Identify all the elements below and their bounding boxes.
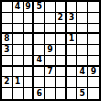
cell-r9c8: 5 [77, 88, 88, 99]
cell-r9c9[interactable] [88, 88, 99, 99]
cell-r2c4[interactable] [34, 13, 45, 24]
cell-r5c7[interactable] [67, 45, 78, 56]
cell-r8c9[interactable] [88, 77, 99, 88]
cell-r5c1: 3 [2, 45, 13, 56]
cell-r5c4[interactable] [34, 45, 45, 56]
cell-r1c7[interactable] [67, 2, 78, 13]
cell-r2c7: 3 [67, 13, 78, 24]
given-digit: 2 [57, 14, 63, 22]
cell-r4c7: 1 [67, 34, 78, 45]
cell-r7c5: 7 [45, 67, 56, 78]
given-digit: 4 [15, 3, 21, 11]
cell-r2c8[interactable] [77, 13, 88, 24]
given-digit: 3 [4, 46, 10, 54]
cell-r7c9: 9 [88, 67, 99, 78]
cell-r7c1[interactable] [2, 67, 13, 78]
cell-r7c4[interactable] [34, 67, 45, 78]
sudoku-board: 49523813947492165 [0, 0, 101, 101]
cell-r4c1: 8 [2, 34, 13, 45]
cell-r7c3[interactable] [24, 67, 35, 78]
given-digit: 1 [69, 35, 75, 43]
cell-r5c2[interactable] [13, 45, 24, 56]
cell-r9c5[interactable] [45, 88, 56, 99]
cell-r3c2[interactable] [13, 24, 24, 35]
cell-r3c9[interactable] [88, 24, 99, 35]
cell-r1c9[interactable] [88, 2, 99, 13]
cell-r4c8[interactable] [77, 34, 88, 45]
cell-r5c9[interactable] [88, 45, 99, 56]
cell-r6c1[interactable] [2, 56, 13, 67]
given-digit: 9 [47, 46, 53, 54]
given-digit: 4 [80, 68, 86, 76]
given-digit: 8 [4, 35, 10, 43]
cell-r2c3[interactable] [24, 13, 35, 24]
cell-r6c7[interactable] [67, 56, 78, 67]
cell-r6c2[interactable] [13, 56, 24, 67]
cell-r8c1: 2 [2, 77, 13, 88]
cell-r2c5[interactable] [45, 13, 56, 24]
cell-r1c5[interactable] [45, 2, 56, 13]
cell-r1c4: 5 [34, 2, 45, 13]
cell-r6c6[interactable] [56, 56, 67, 67]
cell-r6c4: 4 [34, 56, 45, 67]
cell-r4c6[interactable] [56, 34, 67, 45]
given-digit: 9 [91, 68, 97, 76]
given-digit: 7 [47, 68, 53, 76]
given-digit: 5 [80, 90, 86, 98]
cell-r4c9[interactable] [88, 34, 99, 45]
cell-r1c6[interactable] [56, 2, 67, 13]
cell-r9c3[interactable] [24, 88, 35, 99]
cell-r1c8[interactable] [77, 2, 88, 13]
cell-r2c9[interactable] [88, 13, 99, 24]
cell-r4c2[interactable] [13, 34, 24, 45]
given-digit: 6 [36, 90, 42, 98]
cell-r6c9[interactable] [88, 56, 99, 67]
cell-r1c2: 4 [13, 2, 24, 13]
cell-r2c6: 2 [56, 13, 67, 24]
cell-r7c2[interactable] [13, 67, 24, 78]
cell-r5c3[interactable] [24, 45, 35, 56]
cell-r8c6[interactable] [56, 77, 67, 88]
given-digit: 1 [15, 78, 21, 86]
cell-r9c2[interactable] [13, 88, 24, 99]
cell-r6c5[interactable] [45, 56, 56, 67]
cell-r3c3[interactable] [24, 24, 35, 35]
cell-r8c3[interactable] [24, 77, 35, 88]
cell-r1c3: 9 [24, 2, 35, 13]
cell-r4c3[interactable] [24, 34, 35, 45]
cell-r5c5: 9 [45, 45, 56, 56]
cell-r8c4[interactable] [34, 77, 45, 88]
cell-r9c4: 6 [34, 88, 45, 99]
cell-r3c6[interactable] [56, 24, 67, 35]
cell-r9c7[interactable] [67, 88, 78, 99]
cell-r6c8[interactable] [77, 56, 88, 67]
cell-r8c7[interactable] [67, 77, 78, 88]
cell-r7c8: 4 [77, 67, 88, 78]
cell-r6c3[interactable] [24, 56, 35, 67]
cell-r3c5[interactable] [45, 24, 56, 35]
cell-r8c5[interactable] [45, 77, 56, 88]
cell-r5c8[interactable] [77, 45, 88, 56]
cell-r3c1[interactable] [2, 24, 13, 35]
cell-r4c4[interactable] [34, 34, 45, 45]
cell-r3c4[interactable] [34, 24, 45, 35]
cell-r4c5[interactable] [45, 34, 56, 45]
given-digit: 2 [4, 78, 10, 86]
given-digit: 9 [25, 3, 31, 11]
cell-r3c7[interactable] [67, 24, 78, 35]
cell-r2c2[interactable] [13, 13, 24, 24]
given-digit: 3 [69, 14, 75, 22]
cell-r7c7[interactable] [67, 67, 78, 78]
given-digit: 5 [36, 3, 42, 11]
cell-r8c8[interactable] [77, 77, 88, 88]
cell-r3c8[interactable] [77, 24, 88, 35]
given-digit: 4 [36, 56, 42, 64]
cell-r8c2: 1 [13, 77, 24, 88]
cell-r1c1[interactable] [2, 2, 13, 13]
cell-r9c6[interactable] [56, 88, 67, 99]
cell-r9c1[interactable] [2, 88, 13, 99]
cell-r2c1[interactable] [2, 13, 13, 24]
cell-r5c6[interactable] [56, 45, 67, 56]
cell-r7c6[interactable] [56, 67, 67, 78]
